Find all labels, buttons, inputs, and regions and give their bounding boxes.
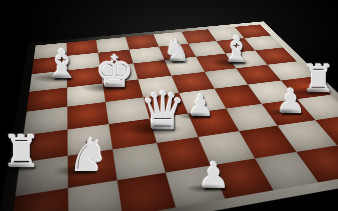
bishop-glyph: ♝ <box>221 32 253 68</box>
pieces-layer: ♝♚♞♝♜♟♛♟♜♞♟ <box>0 0 338 211</box>
bishop-glyph: ♝ <box>44 44 80 84</box>
piece-white-pawn-f3[interactable]: ♟ <box>198 158 230 194</box>
piece-white-knight-c4[interactable]: ♞ <box>67 132 108 178</box>
rook-glyph: ♜ <box>2 130 41 174</box>
piece-white-bishop-a8[interactable]: ♝ <box>44 44 80 84</box>
piece-white-pawn-f5[interactable]: ♟ <box>188 91 215 121</box>
queen-glyph: ♛ <box>140 85 187 137</box>
rook-glyph: ♜ <box>302 60 336 98</box>
knight-glyph: ♞ <box>164 36 191 66</box>
chessboard-scene: ♝♚♞♝♜♟♛♟♜♞♟ <box>0 0 338 211</box>
piece-white-knight-e8[interactable]: ♞ <box>164 36 191 66</box>
piece-white-queen-d4[interactable]: ♛ <box>140 85 187 137</box>
piece-white-bishop-h7[interactable]: ♝ <box>221 32 253 68</box>
king-glyph: ♚ <box>95 50 134 94</box>
knight-glyph: ♞ <box>67 132 108 178</box>
piece-white-rook-a4[interactable]: ♜ <box>2 130 41 174</box>
pawn-glyph: ♟ <box>198 158 230 194</box>
piece-white-pawn-g4[interactable]: ♟ <box>276 84 306 118</box>
piece-white-king-b7[interactable]: ♚ <box>95 50 134 94</box>
pawn-glyph: ♟ <box>276 84 306 118</box>
piece-white-rook-h5[interactable]: ♜ <box>302 60 336 98</box>
pawn-glyph: ♟ <box>188 91 215 121</box>
